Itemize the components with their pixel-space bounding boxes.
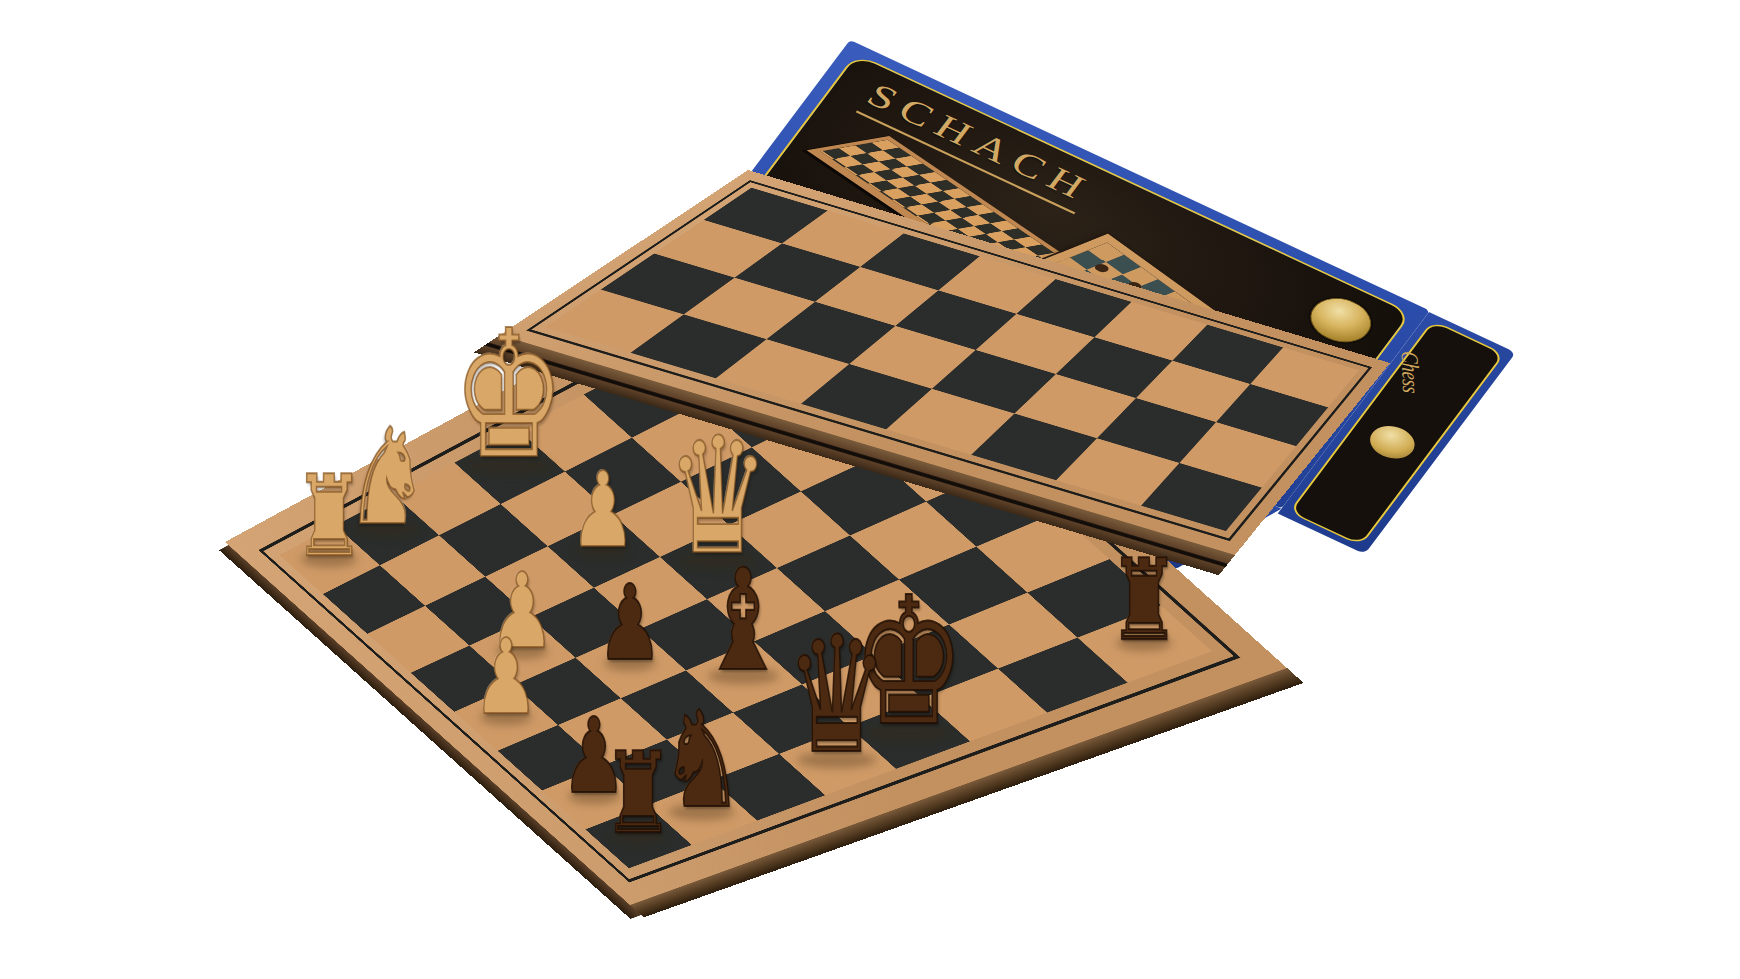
black-rook-icon: ♜ (602, 737, 674, 849)
black-rook-icon: ♜ (1108, 544, 1180, 656)
product-photo-scene: SCHACH Chess (0, 0, 1740, 979)
black-pawn-icon: ♟ (597, 572, 663, 676)
white-king-icon: ♚ (453, 307, 566, 484)
piece-black-pawn-c4[interactable]: ♟ (586, 576, 676, 676)
cover-mini-pieces (1102, 242, 1112, 247)
box-end-script: Chess (1395, 350, 1424, 394)
white-rook-icon: ♜ (293, 460, 365, 572)
piece-white-pawn-a4[interactable]: ♟ (461, 630, 551, 730)
gold-seal-icon (1363, 420, 1423, 465)
white-pawn-icon: ♟ (570, 459, 636, 563)
piece-black-rook-h1[interactable]: ♜ (1095, 549, 1192, 657)
piece-black-rook-a1[interactable]: ♜ (590, 741, 687, 849)
piece-white-pawn-d6[interactable]: ♟ (558, 463, 648, 563)
piece-white-king-d8[interactable]: ♚ (433, 313, 585, 483)
piece-white-rook-a8[interactable]: ♜ (281, 465, 378, 573)
piece-black-queen-d1[interactable]: ♛ (767, 622, 906, 777)
black-queen-icon: ♛ (785, 615, 888, 776)
white-pawn-icon: ♟ (473, 626, 539, 730)
